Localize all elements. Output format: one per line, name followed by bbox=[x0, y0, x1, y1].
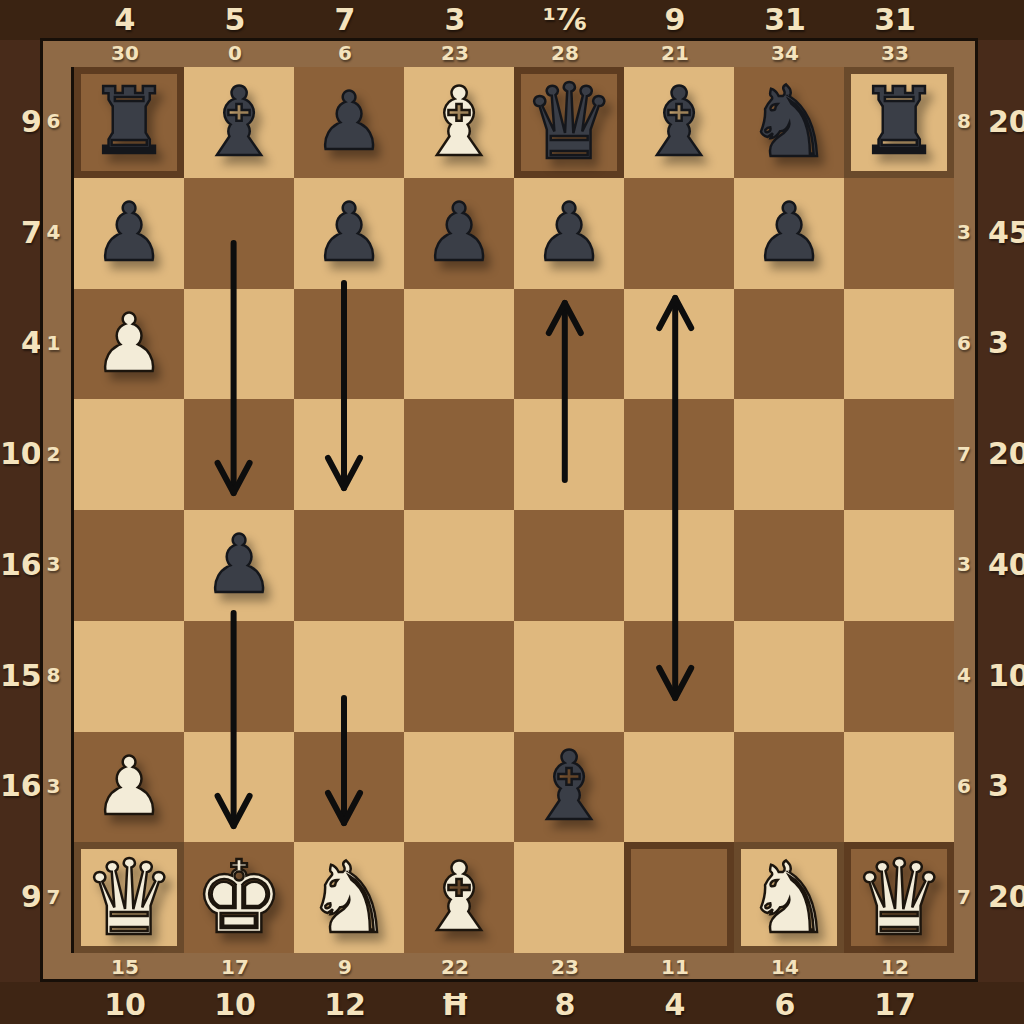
square-b1[interactable]: ♚ bbox=[184, 842, 294, 953]
square-c2[interactable] bbox=[294, 732, 404, 843]
square-g5[interactable] bbox=[734, 399, 844, 510]
black-pawn: ♟ bbox=[533, 193, 605, 273]
square-b5[interactable] bbox=[184, 399, 294, 510]
square-e8[interactable]: ♛ bbox=[514, 67, 624, 178]
square-b3[interactable] bbox=[184, 621, 294, 732]
black-rook: ♜ bbox=[88, 76, 170, 168]
right-outer-label-7: 3 bbox=[980, 731, 1024, 842]
square-e4[interactable] bbox=[514, 510, 624, 621]
white-pawn: ♟ bbox=[93, 747, 165, 827]
square-d2[interactable] bbox=[404, 732, 514, 843]
square-c6[interactable] bbox=[294, 289, 404, 400]
square-f1[interactable] bbox=[624, 842, 734, 953]
white-knight: ♞ bbox=[745, 849, 833, 947]
square-h2[interactable] bbox=[844, 732, 954, 843]
right-outer-label-1: 20 bbox=[980, 66, 1024, 177]
square-c8[interactable]: ♟ bbox=[294, 67, 404, 178]
square-c5[interactable] bbox=[294, 399, 404, 510]
square-a4[interactable] bbox=[74, 510, 184, 621]
square-d6[interactable] bbox=[404, 289, 514, 400]
square-g8[interactable]: ♞ bbox=[734, 67, 844, 178]
square-e6[interactable] bbox=[514, 289, 624, 400]
square-h1[interactable]: ♛ bbox=[844, 842, 954, 953]
square-h6[interactable] bbox=[844, 289, 954, 400]
square-g1[interactable]: ♞ bbox=[734, 842, 844, 953]
square-e5[interactable] bbox=[514, 399, 624, 510]
square-h3[interactable] bbox=[844, 621, 954, 732]
right-outer-label-2: 45 bbox=[980, 177, 1024, 288]
square-g3[interactable] bbox=[734, 621, 844, 732]
chess-board: ♜♝♟♝♛♝♞♜♟♟♟♟♟♟♟♟♝♛♚♞♝♞♛ bbox=[71, 67, 954, 953]
black-bishop: ♝ bbox=[636, 75, 721, 170]
square-f8[interactable]: ♝ bbox=[624, 67, 734, 178]
black-pawn: ♟ bbox=[313, 193, 385, 273]
square-e7[interactable]: ♟ bbox=[514, 178, 624, 289]
square-h7[interactable] bbox=[844, 178, 954, 289]
square-e3[interactable] bbox=[514, 621, 624, 732]
white-king: ♚ bbox=[194, 848, 284, 948]
square-g6[interactable] bbox=[734, 289, 844, 400]
black-rook: ♜ bbox=[858, 76, 940, 168]
right-outer-labels: 20453204010320 bbox=[980, 66, 1024, 952]
square-a7[interactable]: ♟ bbox=[74, 178, 184, 289]
black-pawn: ♟ bbox=[313, 82, 385, 162]
square-b6[interactable] bbox=[184, 289, 294, 400]
square-b4[interactable]: ♟ bbox=[184, 510, 294, 621]
square-a8[interactable]: ♜ bbox=[74, 67, 184, 178]
bottom-border-strip bbox=[0, 982, 1024, 1024]
black-bishop: ♝ bbox=[526, 739, 611, 834]
square-d8[interactable]: ♝ bbox=[404, 67, 514, 178]
square-h5[interactable] bbox=[844, 399, 954, 510]
square-b7[interactable] bbox=[184, 178, 294, 289]
right-outer-label-5: 40 bbox=[980, 509, 1024, 620]
square-d4[interactable] bbox=[404, 510, 514, 621]
top-border-strip bbox=[0, 0, 1024, 40]
square-c4[interactable] bbox=[294, 510, 404, 621]
square-d3[interactable] bbox=[404, 621, 514, 732]
square-g2[interactable] bbox=[734, 732, 844, 843]
white-pawn: ♟ bbox=[93, 304, 165, 384]
square-e1[interactable] bbox=[514, 842, 624, 953]
black-pawn: ♟ bbox=[203, 525, 275, 605]
black-pawn: ♟ bbox=[753, 193, 825, 273]
square-f7[interactable] bbox=[624, 178, 734, 289]
right-outer-label-3: 3 bbox=[980, 288, 1024, 399]
square-a5[interactable] bbox=[74, 399, 184, 510]
square-e2[interactable]: ♝ bbox=[514, 732, 624, 843]
square-g7[interactable]: ♟ bbox=[734, 178, 844, 289]
right-outer-label-6: 10 bbox=[980, 620, 1024, 731]
square-h4[interactable] bbox=[844, 510, 954, 621]
white-bishop: ♝ bbox=[416, 850, 501, 945]
square-a1[interactable]: ♛ bbox=[74, 842, 184, 953]
right-outer-label-4: 20 bbox=[980, 398, 1024, 509]
white-knight: ♞ bbox=[305, 849, 393, 947]
left-outer-labels: 974101615169 bbox=[0, 66, 38, 952]
square-c7[interactable]: ♟ bbox=[294, 178, 404, 289]
right-outer-label-8: 20 bbox=[980, 841, 1024, 952]
square-f4[interactable] bbox=[624, 510, 734, 621]
white-queen: ♛ bbox=[82, 846, 175, 950]
black-pawn: ♟ bbox=[93, 193, 165, 273]
black-knight: ♞ bbox=[745, 73, 833, 171]
square-a2[interactable]: ♟ bbox=[74, 732, 184, 843]
black-pawn: ♟ bbox=[423, 193, 495, 273]
square-d1[interactable]: ♝ bbox=[404, 842, 514, 953]
square-a6[interactable]: ♟ bbox=[74, 289, 184, 400]
square-h8[interactable]: ♜ bbox=[844, 67, 954, 178]
square-c1[interactable]: ♞ bbox=[294, 842, 404, 953]
square-b8[interactable]: ♝ bbox=[184, 67, 294, 178]
square-f2[interactable] bbox=[624, 732, 734, 843]
square-c3[interactable] bbox=[294, 621, 404, 732]
square-g4[interactable] bbox=[734, 510, 844, 621]
square-f5[interactable] bbox=[624, 399, 734, 510]
white-queen: ♛ bbox=[852, 846, 945, 950]
square-d5[interactable] bbox=[404, 399, 514, 510]
white-bishop: ♝ bbox=[416, 75, 501, 170]
square-d7[interactable]: ♟ bbox=[404, 178, 514, 289]
chess-board-frame: ♜♝♟♝♛♝♞♜♟♟♟♟♟♟♟♟♝♛♚♞♝♞♛ bbox=[40, 38, 978, 982]
black-queen: ♛ bbox=[522, 70, 615, 174]
square-f6[interactable] bbox=[624, 289, 734, 400]
square-b2[interactable] bbox=[184, 732, 294, 843]
black-bishop: ♝ bbox=[196, 75, 281, 170]
square-f3[interactable] bbox=[624, 621, 734, 732]
square-a3[interactable] bbox=[74, 621, 184, 732]
